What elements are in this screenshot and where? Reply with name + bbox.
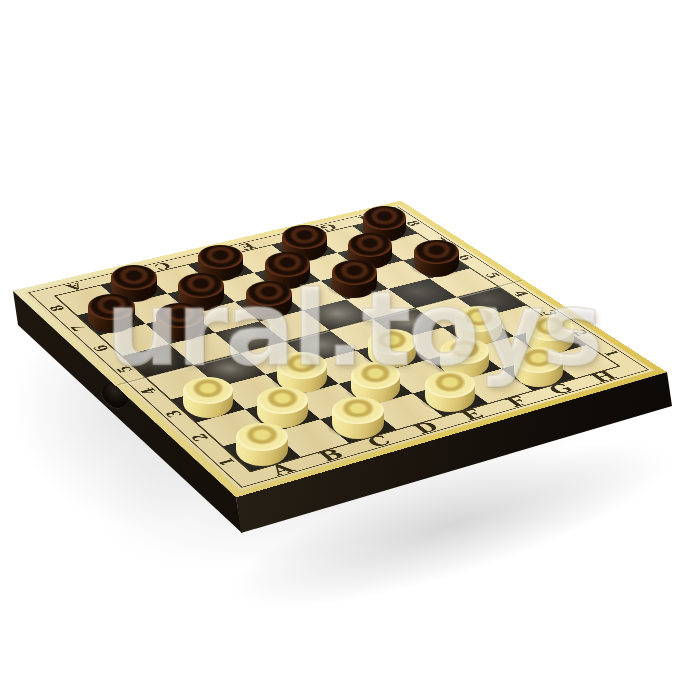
- checker-top-face: [332, 397, 383, 425]
- checker-top-face: [88, 294, 135, 320]
- checker-light-a1[interactable]: [236, 423, 289, 466]
- checker-top-face: [282, 225, 326, 249]
- pieces-layer: [0, 0, 700, 700]
- checker-top-face: [332, 260, 378, 285]
- checker-light-a3[interactable]: [183, 377, 234, 418]
- checker-top-face: [368, 329, 416, 355]
- checker-dark-f6[interactable]: [332, 260, 378, 297]
- checker-top-face: [156, 303, 203, 329]
- checker-dark-b6[interactable]: [156, 303, 203, 342]
- checker-dark-d6[interactable]: [246, 281, 293, 319]
- product-photo-scene: AABBCCDDEEFFGGHH1122334455667788 ural.to…: [0, 0, 700, 700]
- checker-top-face: [111, 265, 157, 290]
- checker-top-face: [363, 206, 406, 229]
- checker-top-face: [246, 281, 293, 306]
- checker-top-face: [265, 252, 310, 277]
- checker-top-face: [455, 306, 502, 332]
- checker-light-e1[interactable]: [425, 371, 475, 412]
- checker-dark-a7[interactable]: [88, 294, 135, 333]
- checker-light-c1[interactable]: [332, 397, 383, 439]
- checker-dark-h6[interactable]: [414, 240, 459, 277]
- checker-top-face: [440, 338, 489, 364]
- checker-top-face: [351, 362, 401, 389]
- checker-top-face: [526, 315, 574, 341]
- checker-top-face: [178, 273, 224, 298]
- checker-light-g1[interactable]: [514, 347, 563, 387]
- checker-top-face: [348, 233, 392, 257]
- checker-top-face: [277, 352, 327, 379]
- checker-top-face: [198, 245, 243, 269]
- checker-top-face: [257, 387, 308, 415]
